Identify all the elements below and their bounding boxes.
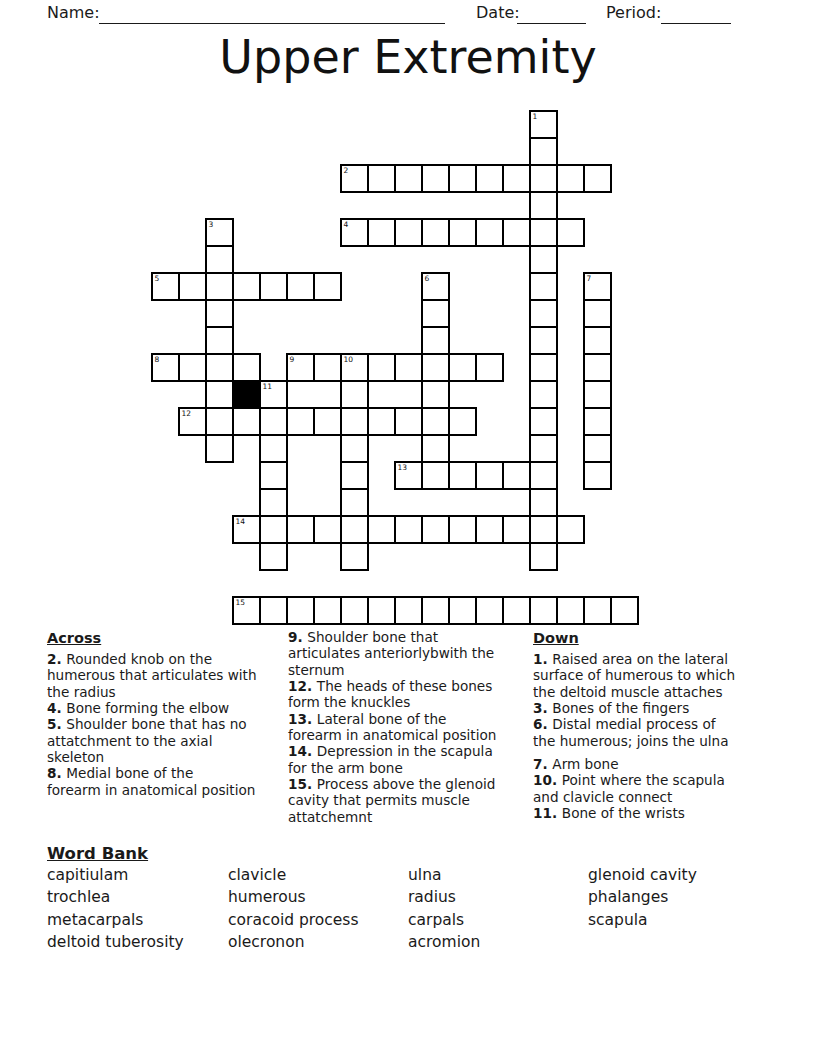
clue-item: 15. Process above the glenoid cavity tha…: [288, 776, 540, 825]
clue-item: 11. Bone of the wrists: [533, 805, 777, 821]
word-bank-item: ulna: [408, 864, 480, 886]
grid-cell[interactable]: [502, 218, 531, 247]
grid-cell[interactable]: [529, 488, 558, 517]
grid-cell[interactable]: [475, 596, 504, 625]
word-bank-column: ulnaradiuscarpalsacromion: [408, 864, 480, 954]
grid-cell[interactable]: [421, 218, 450, 247]
grid-cell[interactable]: [529, 272, 558, 301]
grid-cell[interactable]: [583, 164, 612, 193]
word-bank-item: radius: [408, 886, 480, 908]
grid-cell[interactable]: [340, 434, 369, 463]
word-bank-item: glenoid cavity: [588, 864, 697, 886]
grid-cell[interactable]: [610, 596, 639, 625]
grid-cell[interactable]: [475, 461, 504, 490]
grid-cell[interactable]: [583, 326, 612, 355]
grid-cell[interactable]: [367, 218, 396, 247]
grid-cell[interactable]: [529, 353, 558, 382]
grid-cell[interactable]: [259, 272, 288, 301]
word-bank-item: scapula: [588, 909, 697, 931]
word-bank-column: glenoid cavityphalangesscapula: [588, 864, 697, 931]
word-bank-item: acromion: [408, 931, 480, 953]
grid-cell[interactable]: [421, 407, 450, 436]
grid-cell[interactable]: [259, 596, 288, 625]
clue-item: 7. Arm bone: [533, 756, 777, 772]
grid-cell[interactable]: [259, 461, 288, 490]
grid-cell[interactable]: [394, 353, 423, 382]
grid-cell[interactable]: [529, 461, 558, 490]
word-bank-item: coracoid process: [228, 909, 359, 931]
clue-number-label: 4: [344, 221, 349, 229]
clues-across-column-2: 9. Shoulder bone that articulates anteri…: [288, 629, 540, 825]
grid-cell[interactable]: [205, 326, 234, 355]
grid-cell[interactable]: [313, 353, 342, 382]
word-bank-column: claviclehumerouscoracoid processolecrono…: [228, 864, 359, 954]
grid-cell[interactable]: [313, 272, 342, 301]
grid-cell[interactable]: [529, 434, 558, 463]
clue-item: 1. Raised area on the lateral surface of…: [533, 651, 777, 700]
grid-cell[interactable]: [502, 164, 531, 193]
grid-cell[interactable]: [583, 434, 612, 463]
clue-number-label: 9: [290, 356, 295, 364]
down-header: Down: [533, 629, 777, 647]
word-bank-item: carpals: [408, 909, 480, 931]
grid-cell[interactable]: [583, 407, 612, 436]
clue-item: 5. Shoulder bone that has no attatchment…: [47, 716, 293, 765]
grid-cell[interactable]: [421, 515, 450, 544]
grid-cell[interactable]: [367, 515, 396, 544]
grid-cell[interactable]: [583, 380, 612, 409]
across-header: Across: [47, 629, 293, 647]
grid-cell[interactable]: [421, 434, 450, 463]
grid-cell[interactable]: [502, 596, 531, 625]
clue-number-label: 12: [182, 410, 192, 418]
black-cell: [232, 380, 261, 409]
grid-cell[interactable]: [421, 461, 450, 490]
clue-number-label: 6: [425, 275, 430, 283]
grid-cell[interactable]: [475, 164, 504, 193]
grid-cell[interactable]: [394, 407, 423, 436]
grid-cell[interactable]: [367, 164, 396, 193]
period-label: Period:: [606, 3, 661, 22]
worksheet-page: Name: Date: Period: Upper Extremity 1234…: [0, 0, 816, 1056]
word-bank-item: olecronon: [228, 931, 359, 953]
grid-cell[interactable]: [259, 488, 288, 517]
grid-cell[interactable]: [421, 380, 450, 409]
grid-cell[interactable]: [340, 542, 369, 571]
grid-cell[interactable]: [475, 353, 504, 382]
clue-item: 14. Depression in the scapula for the ar…: [288, 743, 540, 776]
grid-cell[interactable]: [340, 380, 369, 409]
grid-cell[interactable]: [205, 353, 234, 382]
clue-number-label: 14: [236, 518, 246, 526]
grid-cell[interactable]: [232, 353, 261, 382]
word-bank-column: capitiulamtrochleametacarpalsdeltoid tub…: [47, 864, 184, 954]
clue-item: 3. Bones of the fingers: [533, 700, 777, 716]
grid-cell[interactable]: [583, 299, 612, 328]
grid-cell[interactable]: [394, 596, 423, 625]
grid-cell[interactable]: [367, 353, 396, 382]
word-bank-header: Word Bank: [47, 844, 148, 863]
clue-number-label: 5: [155, 275, 160, 283]
clue-item: 9. Shoulder bone that articulates anteri…: [288, 629, 540, 678]
name-label: Name:: [47, 3, 100, 22]
grid-cell[interactable]: [475, 218, 504, 247]
grid-cell[interactable]: [259, 515, 288, 544]
grid-cell[interactable]: [529, 515, 558, 544]
grid-cell[interactable]: [340, 515, 369, 544]
grid-cell[interactable]: [448, 596, 477, 625]
grid-cell[interactable]: [529, 380, 558, 409]
clue-number-label: 3: [209, 221, 214, 229]
grid-cell[interactable]: [259, 434, 288, 463]
clue-number-label: 13: [398, 464, 408, 472]
grid-cell[interactable]: [529, 137, 558, 166]
grid-cell[interactable]: [232, 407, 261, 436]
grid-cell[interactable]: [205, 245, 234, 274]
grid-cell[interactable]: [529, 245, 558, 274]
grid-cell[interactable]: [529, 326, 558, 355]
grid-cell[interactable]: [529, 542, 558, 571]
grid-cell[interactable]: [205, 299, 234, 328]
grid-cell[interactable]: [448, 353, 477, 382]
grid-cell[interactable]: [340, 596, 369, 625]
grid-cell[interactable]: [313, 596, 342, 625]
grid-cell[interactable]: [205, 272, 234, 301]
word-bank-item: clavicle: [228, 864, 359, 886]
grid-cell[interactable]: [205, 380, 234, 409]
grid-cell[interactable]: [583, 461, 612, 490]
grid-cell[interactable]: [448, 515, 477, 544]
clue-number-label: 10: [344, 356, 354, 364]
grid-cell[interactable]: [529, 596, 558, 625]
grid-cell[interactable]: [556, 596, 585, 625]
clue-number-label: 2: [344, 167, 349, 175]
grid-cell[interactable]: [205, 407, 234, 436]
grid-cell[interactable]: [313, 515, 342, 544]
clue-number-label: 7: [587, 275, 592, 283]
grid-cell[interactable]: [232, 272, 261, 301]
grid-cell[interactable]: [259, 542, 288, 571]
word-bank-item: deltoid tuberosity: [47, 931, 184, 953]
name-line[interactable]: [99, 23, 445, 24]
date-line[interactable]: [517, 23, 586, 24]
grid-cell[interactable]: [529, 191, 558, 220]
grid-cell[interactable]: [529, 218, 558, 247]
grid-cell[interactable]: [583, 596, 612, 625]
clue-number-label: 8: [155, 356, 160, 364]
grid-cell[interactable]: [556, 218, 585, 247]
grid-cell[interactable]: [556, 164, 585, 193]
grid-cell[interactable]: [394, 164, 423, 193]
grid-cell[interactable]: [529, 164, 558, 193]
grid-cell[interactable]: [502, 515, 531, 544]
clue-item: 6. Distal medial process of the humerous…: [533, 716, 777, 749]
grid-cell[interactable]: [475, 515, 504, 544]
grid-cell[interactable]: [421, 326, 450, 355]
grid-cell[interactable]: [529, 299, 558, 328]
word-bank-item: trochlea: [47, 886, 184, 908]
clue-item: 8. Medial bone of the forearm in anatomi…: [47, 765, 293, 798]
grid-cell[interactable]: [529, 407, 558, 436]
grid-cell[interactable]: [178, 272, 207, 301]
grid-cell[interactable]: [583, 353, 612, 382]
grid-cell[interactable]: [259, 407, 288, 436]
grid-cell[interactable]: [448, 218, 477, 247]
grid-cell[interactable]: [286, 272, 315, 301]
grid-cell[interactable]: [421, 596, 450, 625]
grid-cell[interactable]: [448, 407, 477, 436]
grid-cell[interactable]: [448, 461, 477, 490]
clue-number-label: 1: [533, 113, 538, 121]
grid-cell[interactable]: [394, 218, 423, 247]
clue-item: 2. Rounded knob on the humerous that art…: [47, 651, 293, 700]
clue-number-label: 11: [263, 383, 273, 391]
puzzle-title: Upper Extremity: [0, 30, 816, 84]
crossword-grid: 123456789101112131415: [151, 110, 640, 626]
word-bank-item: humerous: [228, 886, 359, 908]
grid-cell[interactable]: [394, 515, 423, 544]
grid-cell[interactable]: [340, 488, 369, 517]
clue-item: 13. Lateral bone of the forearm in anato…: [288, 711, 540, 744]
grid-cell[interactable]: [448, 164, 477, 193]
grid-cell[interactable]: [367, 407, 396, 436]
clues-across-column: Across 2. Rounded knob on the humerous t…: [47, 629, 293, 798]
grid-cell[interactable]: [286, 515, 315, 544]
grid-cell[interactable]: [421, 164, 450, 193]
date-label: Date:: [476, 3, 520, 22]
clue-item: 12. The heads of these bones form the kn…: [288, 678, 540, 711]
grid-cell[interactable]: [286, 596, 315, 625]
grid-cell[interactable]: [367, 596, 396, 625]
grid-cell[interactable]: [178, 353, 207, 382]
grid-cell[interactable]: [340, 407, 369, 436]
clue-number-label: 15: [236, 599, 246, 607]
period-line[interactable]: [661, 23, 731, 24]
grid-cell[interactable]: [556, 515, 585, 544]
grid-cell[interactable]: [421, 353, 450, 382]
clues-down-column: Down 1. Raised area on the lateral surfa…: [533, 629, 777, 821]
clue-item: 4. Bone forming the elbow: [47, 700, 293, 716]
header: Name: Date: Period:: [0, 0, 816, 28]
word-bank-item: capitiulam: [47, 864, 184, 886]
grid-cell[interactable]: [205, 434, 234, 463]
grid-cell[interactable]: [286, 407, 315, 436]
grid-cell[interactable]: [502, 461, 531, 490]
grid-cell[interactable]: [340, 461, 369, 490]
clue-item: 10. Point where the scapula and clavicle…: [533, 772, 777, 805]
word-bank-item: phalanges: [588, 886, 697, 908]
word-bank-item: metacarpals: [47, 909, 184, 931]
grid-cell[interactable]: [313, 407, 342, 436]
grid-cell[interactable]: [421, 299, 450, 328]
